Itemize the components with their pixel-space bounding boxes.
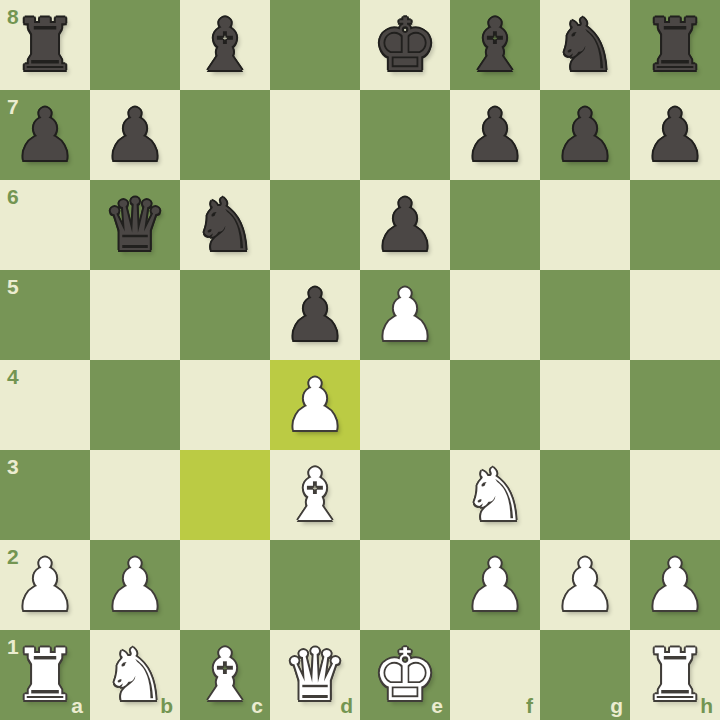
square-f6[interactable] [450,180,540,270]
square-b8[interactable] [90,0,180,90]
black-pawn-f7[interactable]: ♟ [463,90,528,180]
white-rook-a1[interactable]: ♜ [13,630,78,720]
square-a8[interactable]: ♜8 [0,0,90,90]
square-f1[interactable]: f [450,630,540,720]
square-d6[interactable] [270,180,360,270]
square-d4[interactable]: ♟ [270,360,360,450]
square-d2[interactable] [270,540,360,630]
square-g7[interactable]: ♟ [540,90,630,180]
square-a2[interactable]: ♟2 [0,540,90,630]
rank-label-1: 1 [7,636,19,657]
file-label-a: a [71,695,83,716]
square-f2[interactable]: ♟ [450,540,540,630]
rank-label-6: 6 [7,186,19,207]
white-pawn-d4[interactable]: ♟ [283,360,348,450]
black-pawn-e6[interactable]: ♟ [373,180,438,270]
square-a4[interactable]: 4 [0,360,90,450]
square-g5[interactable] [540,270,630,360]
square-e7[interactable] [360,90,450,180]
square-d8[interactable] [270,0,360,90]
square-b3[interactable] [90,450,180,540]
square-a3[interactable]: 3 [0,450,90,540]
white-pawn-a2[interactable]: ♟ [13,540,78,630]
square-b4[interactable] [90,360,180,450]
white-pawn-e5[interactable]: ♟ [373,270,438,360]
square-c8[interactable]: ♝ [180,0,270,90]
black-pawn-b7[interactable]: ♟ [103,90,168,180]
black-knight-g8[interactable]: ♞ [553,0,618,90]
square-c1[interactable]: ♝c [180,630,270,720]
square-h1[interactable]: ♜h [630,630,720,720]
rank-label-2: 2 [7,546,19,567]
black-pawn-g7[interactable]: ♟ [553,90,618,180]
square-b5[interactable] [90,270,180,360]
square-h7[interactable]: ♟ [630,90,720,180]
file-label-h: h [700,695,713,716]
square-b2[interactable]: ♟ [90,540,180,630]
white-bishop-c1[interactable]: ♝ [193,630,258,720]
square-c3[interactable] [180,450,270,540]
file-label-e: e [431,695,443,716]
square-g6[interactable] [540,180,630,270]
square-b6[interactable]: ♛ [90,180,180,270]
black-king-e8[interactable]: ♚ [373,0,438,90]
square-e8[interactable]: ♚ [360,0,450,90]
square-g1[interactable]: g [540,630,630,720]
chess-board: ♜8♝♚♝♞♜♟7♟♟♟♟6♛♞♟5♟♟4♟3♝♞♟2♟♟♟♟♜1a♞b♝c♛d… [0,0,720,720]
square-h4[interactable] [630,360,720,450]
black-bishop-f8[interactable]: ♝ [463,0,528,90]
white-queen-d1[interactable]: ♛ [283,630,348,720]
square-e2[interactable] [360,540,450,630]
black-rook-a8[interactable]: ♜ [13,0,78,90]
square-a6[interactable]: 6 [0,180,90,270]
square-e3[interactable] [360,450,450,540]
rank-label-7: 7 [7,96,19,117]
square-f5[interactable] [450,270,540,360]
square-g4[interactable] [540,360,630,450]
white-pawn-h2[interactable]: ♟ [643,540,708,630]
black-queen-b6[interactable]: ♛ [103,180,168,270]
black-rook-h8[interactable]: ♜ [643,0,708,90]
square-g3[interactable] [540,450,630,540]
square-c6[interactable]: ♞ [180,180,270,270]
square-c5[interactable] [180,270,270,360]
rank-label-3: 3 [7,456,19,477]
file-label-d: d [340,695,353,716]
white-king-e1[interactable]: ♚ [373,630,438,720]
square-e1[interactable]: ♚e [360,630,450,720]
white-knight-b1[interactable]: ♞ [103,630,168,720]
black-pawn-h7[interactable]: ♟ [643,90,708,180]
square-g2[interactable]: ♟ [540,540,630,630]
square-e6[interactable]: ♟ [360,180,450,270]
black-pawn-a7[interactable]: ♟ [13,90,78,180]
file-label-f: f [526,695,533,716]
square-d1[interactable]: ♛d [270,630,360,720]
square-f4[interactable] [450,360,540,450]
white-pawn-g2[interactable]: ♟ [553,540,618,630]
black-bishop-c8[interactable]: ♝ [193,0,258,90]
square-a7[interactable]: ♟7 [0,90,90,180]
square-d3[interactable]: ♝ [270,450,360,540]
square-d7[interactable] [270,90,360,180]
square-c4[interactable] [180,360,270,450]
square-f8[interactable]: ♝ [450,0,540,90]
square-b7[interactable]: ♟ [90,90,180,180]
square-g8[interactable]: ♞ [540,0,630,90]
file-label-g: g [610,695,623,716]
square-b1[interactable]: ♞b [90,630,180,720]
black-knight-c6[interactable]: ♞ [193,180,258,270]
square-f7[interactable]: ♟ [450,90,540,180]
white-pawn-b2[interactable]: ♟ [103,540,168,630]
square-a1[interactable]: ♜1a [0,630,90,720]
square-d5[interactable]: ♟ [270,270,360,360]
white-bishop-d3[interactable]: ♝ [283,450,348,540]
black-pawn-d5[interactable]: ♟ [283,270,348,360]
square-h6[interactable] [630,180,720,270]
rank-label-5: 5 [7,276,19,297]
white-pawn-f2[interactable]: ♟ [463,540,528,630]
rank-label-4: 4 [7,366,19,387]
square-h5[interactable] [630,270,720,360]
square-f3[interactable]: ♞ [450,450,540,540]
square-h3[interactable] [630,450,720,540]
square-h8[interactable]: ♜ [630,0,720,90]
square-c7[interactable] [180,90,270,180]
file-label-b: b [160,695,173,716]
square-h2[interactable]: ♟ [630,540,720,630]
square-e4[interactable] [360,360,450,450]
file-label-c: c [251,695,263,716]
square-c2[interactable] [180,540,270,630]
white-knight-f3[interactable]: ♞ [463,450,528,540]
square-e5[interactable]: ♟ [360,270,450,360]
square-a5[interactable]: 5 [0,270,90,360]
rank-label-8: 8 [7,6,19,27]
white-rook-h1[interactable]: ♜ [643,630,708,720]
